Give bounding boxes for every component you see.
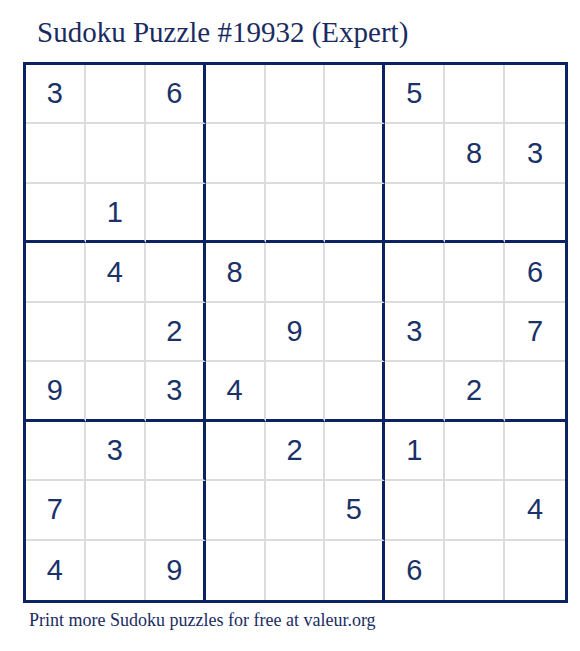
cell-r2c2[interactable] [86, 124, 146, 183]
cell-r3c5[interactable] [266, 184, 326, 243]
cell-r7c8[interactable] [445, 422, 505, 481]
cell-r8c5[interactable] [266, 481, 326, 540]
cell-r9c8[interactable] [445, 541, 505, 600]
cell-r8c3[interactable] [146, 481, 206, 540]
cell-r2c6[interactable] [325, 124, 385, 183]
cell-r8c6: 5 [325, 481, 385, 540]
cell-r5c6[interactable] [325, 303, 385, 362]
cell-r7c3[interactable] [146, 422, 206, 481]
cell-r6c3: 3 [146, 362, 206, 421]
cell-r4c2: 4 [86, 243, 146, 302]
cell-r6c7[interactable] [385, 362, 445, 421]
cell-r5c9: 7 [505, 303, 565, 362]
cell-r3c4[interactable] [206, 184, 266, 243]
cell-r9c2[interactable] [86, 541, 146, 600]
cell-r5c7: 3 [385, 303, 445, 362]
cell-r9c6[interactable] [325, 541, 385, 600]
sudoku-board: 36583148629379342321754496 [23, 62, 568, 603]
cell-r2c1[interactable] [26, 124, 86, 183]
cell-r1c7: 5 [385, 65, 445, 124]
cell-r2c9: 3 [505, 124, 565, 183]
cell-r2c4[interactable] [206, 124, 266, 183]
cell-r2c8: 8 [445, 124, 505, 183]
cell-r1c9[interactable] [505, 65, 565, 124]
cell-r2c7[interactable] [385, 124, 445, 183]
cell-r6c8: 2 [445, 362, 505, 421]
cell-r3c8[interactable] [445, 184, 505, 243]
cell-r9c4[interactable] [206, 541, 266, 600]
cell-r8c8[interactable] [445, 481, 505, 540]
cell-r1c2[interactable] [86, 65, 146, 124]
cell-r6c1: 9 [26, 362, 86, 421]
cell-r7c7: 1 [385, 422, 445, 481]
cell-r7c2: 3 [86, 422, 146, 481]
cell-r4c5[interactable] [266, 243, 326, 302]
cell-r5c5: 9 [266, 303, 326, 362]
cell-r8c4[interactable] [206, 481, 266, 540]
cell-r2c5[interactable] [266, 124, 326, 183]
cell-r4c9: 6 [505, 243, 565, 302]
cell-r4c7[interactable] [385, 243, 445, 302]
cell-r5c2[interactable] [86, 303, 146, 362]
cell-r5c8[interactable] [445, 303, 505, 362]
cell-r9c7: 6 [385, 541, 445, 600]
cell-r3c9[interactable] [505, 184, 565, 243]
cell-r3c2: 1 [86, 184, 146, 243]
cell-r1c1: 3 [26, 65, 86, 124]
cell-r5c3: 2 [146, 303, 206, 362]
cell-r6c5[interactable] [266, 362, 326, 421]
footer-text: Print more Sudoku puzzles for free at va… [29, 610, 376, 631]
cell-r3c6[interactable] [325, 184, 385, 243]
cell-r4c4: 8 [206, 243, 266, 302]
cell-r6c6[interactable] [325, 362, 385, 421]
cell-r1c4[interactable] [206, 65, 266, 124]
cell-r7c6[interactable] [325, 422, 385, 481]
cell-r3c3[interactable] [146, 184, 206, 243]
cell-r1c8[interactable] [445, 65, 505, 124]
cell-r8c9: 4 [505, 481, 565, 540]
cell-r3c1[interactable] [26, 184, 86, 243]
cell-r5c4[interactable] [206, 303, 266, 362]
cell-r7c9[interactable] [505, 422, 565, 481]
cell-r6c9[interactable] [505, 362, 565, 421]
cell-r6c4: 4 [206, 362, 266, 421]
cell-r9c5[interactable] [266, 541, 326, 600]
page-title: Sudoku Puzzle #19932 (Expert) [37, 16, 408, 49]
cell-r5c1[interactable] [26, 303, 86, 362]
cell-r7c5: 2 [266, 422, 326, 481]
cell-r1c5[interactable] [266, 65, 326, 124]
cell-r6c2[interactable] [86, 362, 146, 421]
cell-r2c3[interactable] [146, 124, 206, 183]
cell-r1c6[interactable] [325, 65, 385, 124]
cell-r9c1: 4 [26, 541, 86, 600]
cell-r4c6[interactable] [325, 243, 385, 302]
cell-r3c7[interactable] [385, 184, 445, 243]
cell-r9c3: 9 [146, 541, 206, 600]
cell-r4c1[interactable] [26, 243, 86, 302]
cell-r8c1: 7 [26, 481, 86, 540]
cell-r8c7[interactable] [385, 481, 445, 540]
cell-r8c2[interactable] [86, 481, 146, 540]
cell-r9c9[interactable] [505, 541, 565, 600]
cell-r4c3[interactable] [146, 243, 206, 302]
cell-r1c3: 6 [146, 65, 206, 124]
cell-r7c4[interactable] [206, 422, 266, 481]
cell-r4c8[interactable] [445, 243, 505, 302]
cell-r7c1[interactable] [26, 422, 86, 481]
